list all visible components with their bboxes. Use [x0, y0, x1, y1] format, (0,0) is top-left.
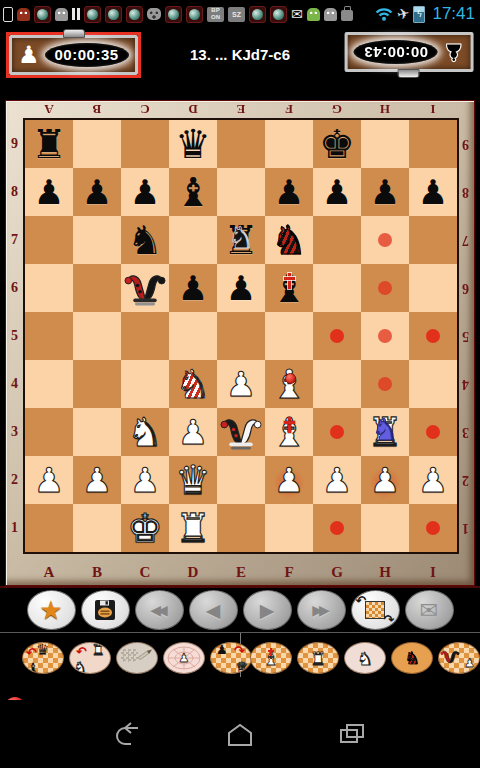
- square-c9[interactable]: [121, 120, 169, 168]
- square-c4[interactable]: [121, 360, 169, 408]
- square-b8[interactable]: ♟: [73, 168, 121, 216]
- nav-back-button[interactable]: [108, 718, 148, 750]
- square-i8[interactable]: ♟: [409, 168, 457, 216]
- square-g1[interactable]: [313, 504, 361, 552]
- black-chancellor[interactable]: ♜♞: [217, 216, 265, 264]
- square-d2[interactable]: ♛: [169, 456, 217, 504]
- rank-label: 6: [7, 264, 22, 312]
- envelope-icon: ✉: [420, 598, 438, 623]
- square-f1[interactable]: [265, 504, 313, 552]
- file-label: B: [73, 102, 121, 117]
- airplane-mode-icon: ✈: [395, 5, 411, 23]
- square-h2[interactable]: ♟: [361, 456, 409, 504]
- pawn-move-web-button[interactable]: ♟: [163, 642, 205, 674]
- square-b2[interactable]: ♟: [73, 456, 121, 504]
- black-pawn[interactable]: ♟: [313, 168, 361, 216]
- pawn-promotion-button[interactable]: ♟ ♛ ↷: [210, 642, 252, 674]
- jester-button[interactable]: ♟: [438, 642, 480, 674]
- black-pawn[interactable]: ♟: [73, 168, 121, 216]
- white-chancellor-selected[interactable]: ♜♞: [361, 408, 409, 456]
- step-forward-button[interactable]: ▶: [243, 590, 292, 630]
- step-back-button[interactable]: ◀: [189, 590, 238, 630]
- square-f6[interactable]: ♝: [265, 264, 313, 312]
- square-g3[interactable]: [313, 408, 361, 456]
- status-bar: BPON SZ ✉ ✈ ϟ 17:41: [0, 0, 480, 28]
- file-label: H: [361, 563, 409, 581]
- square-a3[interactable]: [25, 408, 73, 456]
- rank-label: 7: [458, 216, 473, 264]
- bear-face-icon: [147, 6, 161, 22]
- move-target-dot: [330, 425, 344, 439]
- square-b5[interactable]: [73, 312, 121, 360]
- move-target-dot: [378, 281, 392, 295]
- white-jester[interactable]: [217, 408, 265, 456]
- rook-knight-swap-button[interactable]: ♜ ♞ ↶: [69, 642, 111, 674]
- skip-to-end-button[interactable]: ▶▶: [297, 590, 346, 630]
- move-target-dot: [426, 521, 440, 535]
- rank-label: 8: [458, 168, 473, 216]
- file-label: A: [25, 563, 73, 581]
- briefcase-icon: [341, 6, 353, 22]
- square-a7[interactable]: [25, 216, 73, 264]
- move-target-dot: [330, 521, 344, 535]
- square-d9[interactable]: ♛: [169, 120, 217, 168]
- white-pawn[interactable]: ♟: [121, 456, 169, 504]
- file-label: C: [121, 102, 169, 117]
- square-c2[interactable]: ♟: [121, 456, 169, 504]
- file-label: E: [217, 102, 265, 117]
- mini-board-icon: [365, 601, 385, 619]
- square-b9[interactable]: [73, 120, 121, 168]
- square-a1[interactable]: [25, 504, 73, 552]
- pause-icon: [72, 6, 80, 22]
- square-e4[interactable]: ♟: [217, 360, 265, 408]
- rank-label: 5: [7, 312, 22, 360]
- square-g8[interactable]: ♟: [313, 168, 361, 216]
- black-pawn-icon: ♟: [443, 39, 465, 65]
- sz-badge: SZ: [228, 7, 245, 22]
- globe-icon: [84, 6, 101, 22]
- move-target-dot: [426, 329, 440, 343]
- chess-board[interactable]: ♜♛♚♟♟♟♝♟♟♟♟♞♜♞♞ ♟♟♝♞♟♝♞♟ ♝♜♞♟♟♟♛♟♟♟♟♚♜: [23, 118, 459, 554]
- white-pawn[interactable]: ♟: [361, 456, 409, 504]
- square-e9[interactable]: [217, 120, 265, 168]
- square-c1[interactable]: ♚: [121, 504, 169, 552]
- square-h5[interactable]: [361, 312, 409, 360]
- square-i1[interactable]: [409, 504, 457, 552]
- rank-label: 9: [458, 120, 473, 168]
- square-h8[interactable]: ♟: [361, 168, 409, 216]
- file-label: A: [25, 102, 73, 117]
- square-d7[interactable]: [169, 216, 217, 264]
- board-style-brush-button[interactable]: [116, 642, 158, 674]
- black-rook[interactable]: ♜: [25, 120, 73, 168]
- favorite-star-button[interactable]: ★: [27, 590, 76, 630]
- square-i3[interactable]: [409, 408, 457, 456]
- knight-overlay-icon: ♞: [228, 223, 255, 253]
- square-f2[interactable]: ♟: [265, 456, 313, 504]
- white-orb-bishop[interactable]: ♝: [265, 360, 313, 408]
- jester-hat-icon: [440, 647, 460, 667]
- square-h1[interactable]: [361, 504, 409, 552]
- black-clock-time: 00:00:43: [364, 44, 428, 61]
- square-a6[interactable]: [25, 264, 73, 312]
- white-king[interactable]: ♚: [121, 504, 169, 552]
- black-knight[interactable]: ♞: [121, 216, 169, 264]
- square-a8[interactable]: ♟: [25, 168, 73, 216]
- red-orb-icon: [285, 373, 296, 384]
- nav-recents-button[interactable]: [332, 718, 372, 750]
- square-g4[interactable]: [313, 360, 361, 408]
- white-crusader-bishop[interactable]: ♝: [265, 408, 313, 456]
- jester-hat-icon: [220, 412, 262, 452]
- android-green-icon: [307, 6, 320, 22]
- square-i5[interactable]: [409, 312, 457, 360]
- file-label: I: [409, 563, 457, 581]
- black-pawn[interactable]: ♟: [121, 168, 169, 216]
- white-knight-button[interactable]: ♞: [344, 642, 386, 674]
- skip-to-start-button[interactable]: ◀◀: [135, 590, 184, 630]
- rank-label: 2: [7, 456, 22, 504]
- square-a4[interactable]: [25, 360, 73, 408]
- striped-knight-icon: ♞: [404, 650, 419, 667]
- move-target-dot: [330, 329, 344, 343]
- black-pawn[interactable]: ♟: [409, 168, 457, 216]
- rotate-arrow-icon: ↶: [356, 593, 367, 608]
- knight-overlay-icon: ♞: [372, 415, 399, 445]
- rank-label: 5: [458, 312, 473, 360]
- square-h9[interactable]: [361, 120, 409, 168]
- square-h7[interactable]: [361, 216, 409, 264]
- square-e3[interactable]: [217, 408, 265, 456]
- send-mail-button[interactable]: ✉: [405, 590, 454, 630]
- black-pawn[interactable]: ♟: [25, 168, 73, 216]
- square-c3[interactable]: ♞: [121, 408, 169, 456]
- android-navbar: [0, 700, 480, 768]
- square-c6[interactable]: [121, 264, 169, 312]
- bp-on-badge: BPON: [207, 7, 224, 22]
- white-pawn[interactable]: ♟: [25, 456, 73, 504]
- square-d1[interactable]: ♜: [169, 504, 217, 552]
- dark-striped-knight-button[interactable]: ♞: [391, 642, 433, 674]
- square-f3[interactable]: ♝: [265, 408, 313, 456]
- square-b4[interactable]: [73, 360, 121, 408]
- wifi-icon: [375, 6, 393, 22]
- rank-label: 4: [458, 360, 473, 408]
- back-arrow-icon: ◀: [206, 599, 221, 621]
- rewind-icon: ◀◀: [150, 602, 168, 618]
- black-pawn[interactable]: ♟: [265, 168, 313, 216]
- white-queen[interactable]: ♛: [169, 456, 217, 504]
- flip-board-button[interactable]: ↶ ↷: [351, 590, 400, 630]
- rank-label: 3: [458, 408, 473, 456]
- black-queen[interactable]: ♛: [169, 120, 217, 168]
- rank-label: 3: [7, 408, 22, 456]
- globe-icon: [270, 6, 287, 22]
- jester-hat-icon: [124, 268, 166, 308]
- square-i7[interactable]: [409, 216, 457, 264]
- battery-outline-icon: [3, 6, 13, 22]
- fast-forward-icon: ▶▶: [312, 602, 330, 618]
- battery-charging-icon: ϟ: [413, 6, 425, 23]
- crusader-bishop-button[interactable]: ♝: [250, 642, 292, 674]
- square-a9[interactable]: ♜: [25, 120, 73, 168]
- square-g6[interactable]: [313, 264, 361, 312]
- gmail-icon: ✉: [291, 6, 303, 22]
- black-pawn[interactable]: ♟: [361, 168, 409, 216]
- square-b1[interactable]: [73, 504, 121, 552]
- square-e2[interactable]: [217, 456, 265, 504]
- globe-icon: [186, 6, 203, 22]
- square-e1[interactable]: [217, 504, 265, 552]
- square-i6[interactable]: [409, 264, 457, 312]
- square-g2[interactable]: ♟: [313, 456, 361, 504]
- white-pawn[interactable]: ♟: [169, 408, 217, 456]
- white-knight[interactable]: ♞: [121, 408, 169, 456]
- black-striped-knight[interactable]: ♞: [265, 216, 313, 264]
- clock-button: [63, 29, 85, 38]
- file-label: C: [121, 563, 169, 581]
- square-e5[interactable]: [217, 312, 265, 360]
- rank-label: 9: [7, 120, 22, 168]
- rank-label: 1: [7, 504, 22, 552]
- black-pawn[interactable]: ♟: [169, 264, 217, 312]
- square-g9[interactable]: ♚: [313, 120, 361, 168]
- white-rook[interactable]: ♜: [169, 504, 217, 552]
- rank-label: 6: [458, 264, 473, 312]
- black-jester[interactable]: [121, 264, 169, 312]
- square-h4[interactable]: [361, 360, 409, 408]
- square-i9[interactable]: [409, 120, 457, 168]
- globe-icon: [105, 6, 122, 22]
- file-label: I: [409, 102, 457, 117]
- square-c7[interactable]: ♞: [121, 216, 169, 264]
- square-d8[interactable]: ♝: [169, 168, 217, 216]
- square-i4[interactable]: [409, 360, 457, 408]
- rank-label: 2: [458, 456, 473, 504]
- square-f9[interactable]: [265, 120, 313, 168]
- file-labels-bottom: ABCDEFGHI: [25, 563, 457, 581]
- square-b7[interactable]: [73, 216, 121, 264]
- game-toolbar: ★ ◀◀ ◀ ▶ ▶▶ ↶ ↷ ✉: [0, 586, 480, 632]
- file-label: D: [169, 563, 217, 581]
- black-king[interactable]: ♚: [313, 120, 361, 168]
- black-bishop[interactable]: ♝: [169, 168, 217, 216]
- white-pawn[interactable]: ♟: [265, 456, 313, 504]
- square-e8[interactable]: [217, 168, 265, 216]
- android-gray-icon: [324, 6, 337, 22]
- star-icon: ★: [39, 597, 62, 623]
- file-label: G: [313, 563, 361, 581]
- white-pawn[interactable]: ♟: [217, 360, 265, 408]
- square-a5[interactable]: [25, 312, 73, 360]
- file-label: F: [265, 563, 313, 581]
- white-striped-knight[interactable]: ♞: [169, 360, 217, 408]
- square-f4[interactable]: ♝: [265, 360, 313, 408]
- square-g5[interactable]: [313, 312, 361, 360]
- rank-label: 1: [458, 504, 473, 552]
- file-labels-top: ABCDEFGHI: [25, 102, 457, 117]
- status-time: 17:41: [432, 4, 475, 24]
- square-d3[interactable]: ♟: [169, 408, 217, 456]
- globe-icon: [126, 6, 143, 22]
- file-label: H: [361, 102, 409, 117]
- rotate-arrow-icon: ↷: [384, 612, 395, 627]
- android-red-icon: [17, 6, 30, 22]
- queen-bishop-swap-button[interactable]: ♛ ♝ ↶: [22, 642, 64, 674]
- header: ♟ 00:00:35 13. ... KJd7-c6 ♟ 00:00:43: [0, 28, 480, 100]
- square-d6[interactable]: ♟: [169, 264, 217, 312]
- square-g7[interactable]: [313, 216, 361, 264]
- square-e6[interactable]: ♟: [217, 264, 265, 312]
- rank-labels-right: 987654321: [458, 120, 473, 552]
- forward-arrow-icon: ▶: [260, 599, 275, 621]
- chess-board-frame: ABCDEFGHI 987654321 987654321 ABCDEFGHI …: [5, 100, 475, 586]
- white-pawn[interactable]: ♟: [409, 456, 457, 504]
- square-h3[interactable]: ♜♞: [361, 408, 409, 456]
- paintbrush-icon: [134, 646, 156, 664]
- square-c5[interactable]: [121, 312, 169, 360]
- black-pawn[interactable]: ♟: [217, 264, 265, 312]
- nav-home-button[interactable]: [220, 718, 260, 750]
- square-b6[interactable]: [73, 264, 121, 312]
- clock-button: [398, 69, 420, 78]
- square-d4[interactable]: ♞: [169, 360, 217, 408]
- globe-icon: [165, 6, 182, 22]
- globe-icon: [249, 6, 266, 22]
- file-label: D: [169, 102, 217, 117]
- square-h6[interactable]: [361, 264, 409, 312]
- android-gray-icon: [55, 6, 68, 22]
- square-f8[interactable]: ♟: [265, 168, 313, 216]
- square-f7[interactable]: ♞: [265, 216, 313, 264]
- rank-label: 8: [7, 168, 22, 216]
- square-i2[interactable]: ♟: [409, 456, 457, 504]
- file-label: E: [217, 563, 265, 581]
- move-target-dot: [426, 425, 440, 439]
- move-target-dot: [378, 233, 392, 247]
- rank-labels-left: 987654321: [7, 120, 22, 552]
- square-a2[interactable]: ♟: [25, 456, 73, 504]
- square-b3[interactable]: [73, 408, 121, 456]
- move-target-dot: [378, 377, 392, 391]
- white-pawn[interactable]: ♟: [73, 456, 121, 504]
- floppy-icon: [94, 599, 116, 621]
- file-label: F: [265, 102, 313, 117]
- square-c8[interactable]: ♟: [121, 168, 169, 216]
- globe-icon: [34, 6, 51, 22]
- file-label: G: [313, 102, 361, 117]
- rank-label: 4: [7, 360, 22, 408]
- move-target-dot: [378, 329, 392, 343]
- variant-tray: ♛ ♝ ↶ ♜ ♞ ↶ ♟ ♟ ♛ ↷ ♝ ♜ ♞ ♞: [0, 632, 480, 700]
- save-button[interactable]: [81, 590, 130, 630]
- rook-button[interactable]: ♜: [297, 642, 339, 674]
- square-e7[interactable]: ♜♞: [217, 216, 265, 264]
- white-pawn[interactable]: ♟: [313, 456, 361, 504]
- rank-label: 7: [7, 216, 22, 264]
- square-f5[interactable]: [265, 312, 313, 360]
- black-crusader-bishop[interactable]: ♝: [265, 264, 313, 312]
- file-label: B: [73, 563, 121, 581]
- square-d5[interactable]: [169, 312, 217, 360]
- black-clock[interactable]: ♟ 00:00:43: [345, 32, 474, 72]
